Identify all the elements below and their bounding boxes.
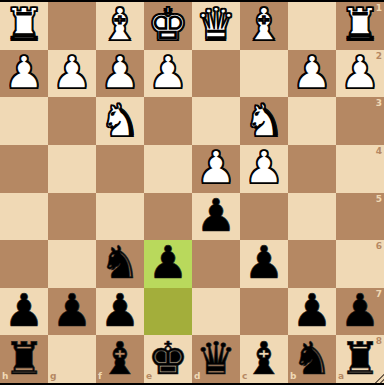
white-pawn-piece[interactable]: ♟ xyxy=(196,145,236,190)
square-e4[interactable] xyxy=(144,145,192,193)
square-g3[interactable] xyxy=(48,97,96,145)
square-e7[interactable] xyxy=(144,288,192,336)
white-rook-piece[interactable]: ♜ xyxy=(340,2,380,47)
square-h1[interactable]: ♜ xyxy=(0,2,48,50)
black-knight-piece[interactable]: ♞ xyxy=(100,240,140,285)
square-c3[interactable]: ♞ xyxy=(240,97,288,145)
black-pawn-piece[interactable]: ♟ xyxy=(196,193,236,238)
white-queen-piece[interactable]: ♛ xyxy=(196,2,236,47)
square-f7[interactable]: ♟ xyxy=(96,288,144,336)
rank-label-8: 8 xyxy=(376,337,382,346)
square-c6[interactable]: ♟ xyxy=(240,240,288,288)
square-f8[interactable]: ♝f xyxy=(96,335,144,383)
square-b2[interactable]: ♟ xyxy=(288,50,336,98)
file-label-c: c xyxy=(242,372,247,381)
square-c7[interactable] xyxy=(240,288,288,336)
square-a7[interactable]: ♟7 xyxy=(336,288,384,336)
square-d7[interactable] xyxy=(192,288,240,336)
square-f5[interactable] xyxy=(96,193,144,241)
square-d8[interactable]: ♛d xyxy=(192,335,240,383)
square-g5[interactable] xyxy=(48,193,96,241)
white-pawn-piece[interactable]: ♟ xyxy=(340,50,380,95)
black-knight-piece[interactable]: ♞ xyxy=(292,336,332,381)
black-bishop-piece[interactable]: ♝ xyxy=(100,336,140,381)
white-pawn-piece[interactable]: ♟ xyxy=(244,145,284,190)
square-a8[interactable]: ♜8a xyxy=(336,335,384,383)
rank-label-6: 6 xyxy=(376,242,382,251)
square-a4[interactable]: 4 xyxy=(336,145,384,193)
file-label-h: h xyxy=(2,372,8,381)
square-h6[interactable] xyxy=(0,240,48,288)
black-pawn-piece[interactable]: ♟ xyxy=(340,288,380,333)
white-pawn-piece[interactable]: ♟ xyxy=(4,50,44,95)
square-b4[interactable] xyxy=(288,145,336,193)
square-e1[interactable]: ♚ xyxy=(144,2,192,50)
black-pawn-piece[interactable]: ♟ xyxy=(244,240,284,285)
square-e6[interactable]: ♟ xyxy=(144,240,192,288)
square-b6[interactable] xyxy=(288,240,336,288)
square-d3[interactable] xyxy=(192,97,240,145)
chess-board-window: ♜♝♚♛♝♜1♟♟♟♟♟♟2♞♞3♟♟4♟5♞♟♟6♟♟♟♟♟7♜hg♝f♚e♛… xyxy=(0,0,384,385)
square-c5[interactable] xyxy=(240,193,288,241)
chess-board: ♜♝♚♛♝♜1♟♟♟♟♟♟2♞♞3♟♟4♟5♞♟♟6♟♟♟♟♟7♜hg♝f♚e♛… xyxy=(0,2,384,383)
square-f4[interactable] xyxy=(96,145,144,193)
white-pawn-piece[interactable]: ♟ xyxy=(148,50,188,95)
rank-label-2: 2 xyxy=(376,52,382,61)
square-d6[interactable] xyxy=(192,240,240,288)
square-e2[interactable]: ♟ xyxy=(144,50,192,98)
square-a5[interactable]: 5 xyxy=(336,193,384,241)
black-bishop-piece[interactable]: ♝ xyxy=(244,336,284,381)
square-e3[interactable] xyxy=(144,97,192,145)
rank-label-7: 7 xyxy=(376,290,382,299)
black-rook-piece[interactable]: ♜ xyxy=(340,336,380,381)
square-f3[interactable]: ♞ xyxy=(96,97,144,145)
black-pawn-piece[interactable]: ♟ xyxy=(100,288,140,333)
square-h8[interactable]: ♜h xyxy=(0,335,48,383)
square-d1[interactable]: ♛ xyxy=(192,2,240,50)
square-a2[interactable]: ♟2 xyxy=(336,50,384,98)
square-f1[interactable]: ♝ xyxy=(96,2,144,50)
square-h3[interactable] xyxy=(0,97,48,145)
square-h2[interactable]: ♟ xyxy=(0,50,48,98)
black-king-piece[interactable]: ♚ xyxy=(148,336,188,381)
rank-label-3: 3 xyxy=(376,99,382,108)
black-pawn-piece[interactable]: ♟ xyxy=(292,288,332,333)
black-pawn-piece[interactable]: ♟ xyxy=(148,240,188,285)
file-label-f: f xyxy=(98,372,102,381)
square-h7[interactable]: ♟ xyxy=(0,288,48,336)
square-c1[interactable]: ♝ xyxy=(240,2,288,50)
square-g6[interactable] xyxy=(48,240,96,288)
square-b5[interactable] xyxy=(288,193,336,241)
white-bishop-piece[interactable]: ♝ xyxy=(100,2,140,47)
square-d4[interactable]: ♟ xyxy=(192,145,240,193)
square-f6[interactable]: ♞ xyxy=(96,240,144,288)
black-pawn-piece[interactable]: ♟ xyxy=(4,288,44,333)
square-a3[interactable]: 3 xyxy=(336,97,384,145)
square-f2[interactable]: ♟ xyxy=(96,50,144,98)
square-c8[interactable]: ♝c xyxy=(240,335,288,383)
square-g4[interactable] xyxy=(48,145,96,193)
square-b3[interactable] xyxy=(288,97,336,145)
square-a1[interactable]: ♜1 xyxy=(336,2,384,50)
square-b7[interactable]: ♟ xyxy=(288,288,336,336)
white-pawn-piece[interactable]: ♟ xyxy=(52,50,92,95)
square-g2[interactable]: ♟ xyxy=(48,50,96,98)
black-rook-piece[interactable]: ♜ xyxy=(4,336,44,381)
rank-label-5: 5 xyxy=(376,195,382,204)
white-rook-piece[interactable]: ♜ xyxy=(4,2,44,47)
square-h4[interactable] xyxy=(0,145,48,193)
black-pawn-piece[interactable]: ♟ xyxy=(52,288,92,333)
file-label-d: d xyxy=(194,372,200,381)
square-h5[interactable] xyxy=(0,193,48,241)
square-g8[interactable]: g xyxy=(48,335,96,383)
white-bishop-piece[interactable]: ♝ xyxy=(244,2,284,47)
square-e5[interactable] xyxy=(144,193,192,241)
square-b1[interactable] xyxy=(288,2,336,50)
white-knight-piece[interactable]: ♞ xyxy=(244,98,284,143)
file-label-g: g xyxy=(50,372,56,381)
black-queen-piece[interactable]: ♛ xyxy=(196,336,236,381)
square-g1[interactable] xyxy=(48,2,96,50)
file-label-e: e xyxy=(146,372,152,381)
file-label-b: b xyxy=(290,372,296,381)
square-d2[interactable] xyxy=(192,50,240,98)
white-pawn-piece[interactable]: ♟ xyxy=(100,50,140,95)
square-c2[interactable] xyxy=(240,50,288,98)
square-b8[interactable]: ♞b xyxy=(288,335,336,383)
rank-label-4: 4 xyxy=(376,147,382,156)
white-king-piece[interactable]: ♚ xyxy=(148,2,188,47)
file-label-a: a xyxy=(338,372,344,381)
square-e8[interactable]: ♚e xyxy=(144,335,192,383)
white-pawn-piece[interactable]: ♟ xyxy=(292,50,332,95)
rank-label-1: 1 xyxy=(376,4,382,13)
square-g7[interactable]: ♟ xyxy=(48,288,96,336)
square-c4[interactable]: ♟ xyxy=(240,145,288,193)
square-a6[interactable]: 6 xyxy=(336,240,384,288)
square-d5[interactable]: ♟ xyxy=(192,193,240,241)
white-knight-piece[interactable]: ♞ xyxy=(100,98,140,143)
